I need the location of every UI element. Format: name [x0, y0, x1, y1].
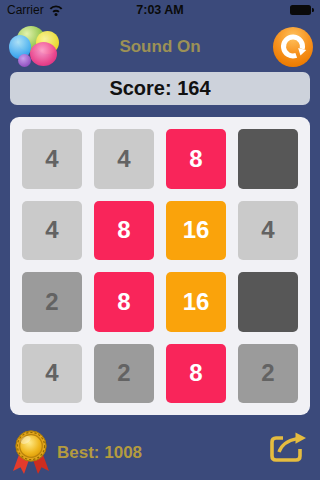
- tile-r4c1: 4: [22, 344, 82, 404]
- restart-button[interactable]: [273, 27, 313, 67]
- tile-r4c2: 2: [94, 344, 154, 404]
- battery-body: [290, 5, 311, 15]
- time-label: 7:03 AM: [0, 3, 320, 17]
- share-icon: [268, 430, 308, 466]
- tile-r2c1: 4: [22, 201, 82, 261]
- refresh-icon: [273, 27, 313, 67]
- tile-r2c3: 16: [166, 201, 226, 261]
- tile-r1c1: 4: [22, 129, 82, 189]
- share-button[interactable]: [267, 430, 309, 468]
- battery-icon: [290, 5, 314, 15]
- medal-icon: [8, 427, 54, 477]
- tile-r3c3: 16: [166, 272, 226, 332]
- tile-r4c3: 8: [166, 344, 226, 404]
- tile-r1c3: 8: [166, 129, 226, 189]
- tile-r3c1: 2: [22, 272, 82, 332]
- best-score-label: Best: 1008: [57, 443, 142, 463]
- score-text: Score: 164: [109, 77, 210, 100]
- tile-r3c2: 8: [94, 272, 154, 332]
- tile-r2c4: 4: [238, 201, 298, 261]
- status-bar: Carrier 7:03 AM: [0, 0, 320, 20]
- tile-r2c2: 8: [94, 201, 154, 261]
- game-board[interactable]: 4484816428164282: [10, 117, 310, 415]
- sound-toggle-label[interactable]: Sound On: [0, 37, 320, 57]
- tile-r1c4: [238, 129, 298, 189]
- app-screen: Carrier 7:03 AM Sound On: [0, 0, 320, 480]
- battery-nub: [312, 8, 314, 12]
- tile-r1c2: 4: [94, 129, 154, 189]
- tile-r3c4: [238, 272, 298, 332]
- score-display: Score: 164: [10, 72, 310, 105]
- tile-r4c4: 2: [238, 344, 298, 404]
